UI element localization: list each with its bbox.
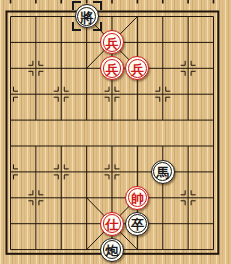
piece-glyph: 將 bbox=[80, 10, 93, 23]
piece-glyph: 帥 bbox=[131, 192, 144, 205]
black-cannon-piece[interactable]: 炮 bbox=[100, 238, 124, 262]
piece-glyph: 兵 bbox=[131, 62, 144, 75]
selection-corner-tr bbox=[93, 1, 102, 10]
piece-glyph: 炮 bbox=[106, 244, 119, 257]
black-soldier-piece[interactable]: 卒 bbox=[125, 212, 149, 236]
piece-glyph: 仕 bbox=[106, 218, 119, 231]
red-advisor-piece[interactable]: 仕 bbox=[100, 212, 124, 236]
board-intersections: 將兵兵兵馬帥仕卒炮 bbox=[0, 4, 226, 263]
red-soldier-a-piece[interactable]: 兵 bbox=[100, 30, 124, 54]
xiangqi-board: 將兵兵兵馬帥仕卒炮 bbox=[0, 0, 231, 264]
piece-glyph: 兵 bbox=[106, 36, 119, 49]
piece-glyph: 兵 bbox=[106, 62, 119, 75]
piece-glyph: 馬 bbox=[156, 166, 169, 179]
red-soldier-b-piece[interactable]: 兵 bbox=[100, 56, 124, 80]
red-general-piece[interactable]: 帥 bbox=[125, 186, 149, 210]
selection-corner-br bbox=[93, 22, 102, 31]
red-soldier-c-piece[interactable]: 兵 bbox=[125, 56, 149, 80]
black-general-piece[interactable]: 將 bbox=[75, 4, 99, 28]
black-horse-piece[interactable]: 馬 bbox=[151, 160, 175, 184]
piece-glyph: 卒 bbox=[131, 218, 144, 231]
